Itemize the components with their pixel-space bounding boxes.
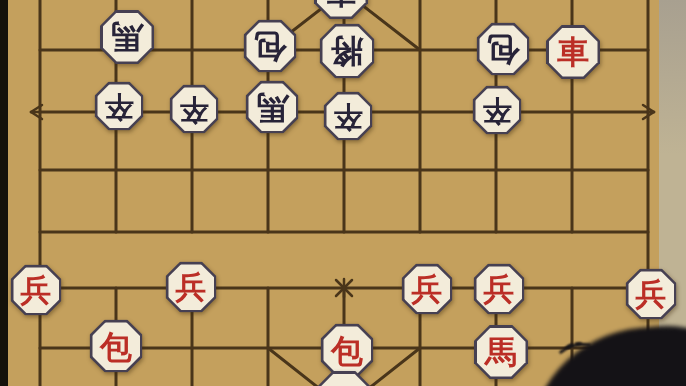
piece-character: 兵 — [636, 279, 667, 310]
piece-face: 馬 — [103, 13, 152, 62]
piece-black-soldier-3: 卒 — [324, 92, 373, 141]
piece-rim: 卒 — [324, 92, 373, 141]
piece-character: 車 — [325, 0, 357, 8]
piece-character: 車 — [557, 36, 589, 68]
piece-rim: 馬 — [246, 81, 299, 134]
piece-face: 卒 — [172, 87, 216, 131]
piece-black-horse-center: 馬 — [246, 81, 299, 134]
piece-rim: 車 — [314, 0, 368, 19]
piece-black-cannon-left: 包 — [244, 20, 297, 73]
piece-face: 卒 — [326, 94, 370, 138]
piece-face: 包 — [246, 22, 294, 70]
piece-red-cannon-left: 包 — [90, 320, 143, 373]
piece-rim — [317, 371, 371, 386]
piece-character: 兵 — [176, 272, 207, 303]
piece-rim: 卒 — [95, 82, 144, 131]
piece-character: 馬 — [111, 21, 143, 53]
piece-rim: 兵 — [474, 264, 525, 315]
piece-character: 包 — [487, 33, 519, 65]
piece-character: 卒 — [483, 96, 512, 125]
piece-rim: 將 — [320, 24, 375, 79]
piece-rim: 包 — [321, 324, 374, 377]
piece-character: 馬 — [485, 336, 517, 368]
piece-rim: 兵 — [402, 264, 453, 315]
piece-rim: 包 — [90, 320, 143, 373]
piece-character: 包 — [331, 334, 363, 366]
piece-character: 卒 — [334, 102, 363, 131]
piece-rim: 馬 — [100, 10, 154, 64]
piece-face: 兵 — [168, 264, 214, 310]
piece-character: 馬 — [256, 91, 288, 123]
piece-character: 兵 — [21, 275, 52, 306]
piece-red-soldier-4: 兵 — [474, 264, 525, 315]
piece-rim: 卒 — [170, 85, 219, 134]
piece-red-soldier-3: 兵 — [402, 264, 453, 315]
piece-face — [320, 374, 369, 386]
video-frame-left-edge — [0, 0, 8, 386]
piece-red-soldier-5: 兵 — [626, 269, 677, 320]
piece-red-unknown-cut-bottom — [317, 371, 371, 386]
piece-face: 兵 — [13, 267, 59, 313]
piece-character: 包 — [100, 330, 132, 362]
piece-red-soldier-1: 兵 — [11, 265, 62, 316]
piece-face: 包 — [323, 326, 371, 374]
piece-face: 兵 — [476, 266, 522, 312]
piece-black-soldier-2: 卒 — [170, 85, 219, 134]
piece-face: 包 — [92, 322, 140, 370]
piece-red-chariot: 車 — [546, 25, 600, 79]
piece-face: 卒 — [475, 88, 519, 132]
piece-face: 兵 — [628, 271, 674, 317]
piece-face: 將 — [322, 26, 372, 76]
piece-character: 兵 — [412, 274, 443, 305]
piece-character: 包 — [254, 30, 286, 62]
piece-black-soldier-4: 卒 — [473, 86, 522, 135]
piece-rim: 卒 — [473, 86, 522, 135]
piece-face: 馬 — [248, 83, 296, 131]
piece-rim: 包 — [477, 23, 530, 76]
piece-rim: 兵 — [166, 262, 217, 313]
piece-black-soldier-1: 卒 — [95, 82, 144, 131]
piece-character: 兵 — [484, 274, 515, 305]
piece-character: 卒 — [105, 92, 134, 121]
piece-black-chariot-cut-top: 車 — [314, 0, 368, 19]
piece-rim: 馬 — [474, 325, 528, 379]
piece-red-soldier-2: 兵 — [166, 262, 217, 313]
piece-black-horse-left: 馬 — [100, 10, 154, 64]
piece-face: 車 — [549, 28, 598, 77]
xiangqi-video-frame: 車馬包將包車卒卒馬卒卒兵兵兵兵兵包包馬 — [0, 0, 686, 386]
piece-rim: 包 — [244, 20, 297, 73]
piece-face: 兵 — [404, 266, 450, 312]
piece-face: 馬 — [477, 328, 526, 377]
piece-black-cannon-right: 包 — [477, 23, 530, 76]
piece-red-cannon-center: 包 — [321, 324, 374, 377]
piece-rim: 車 — [546, 25, 600, 79]
piece-face: 包 — [479, 25, 527, 73]
piece-face: 卒 — [97, 84, 141, 128]
piece-character: 卒 — [180, 95, 209, 124]
piece-rim: 兵 — [626, 269, 677, 320]
piece-face: 車 — [317, 0, 366, 17]
piece-character: 將 — [331, 35, 364, 68]
piece-rim: 兵 — [11, 265, 62, 316]
piece-black-general: 將 — [320, 24, 375, 79]
piece-red-horse: 馬 — [474, 325, 528, 379]
